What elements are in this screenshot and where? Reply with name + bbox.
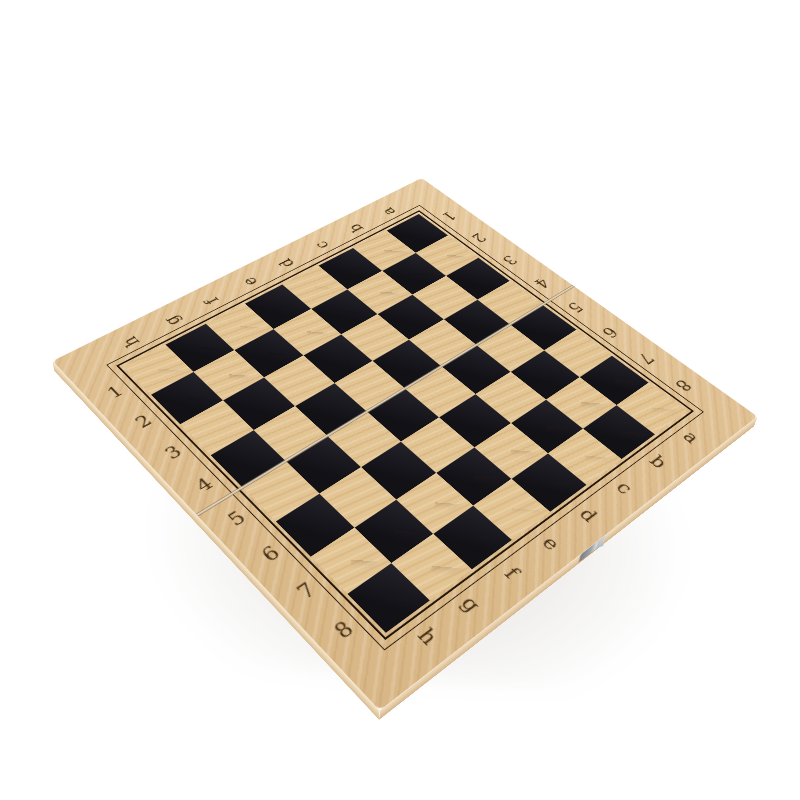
file-label-c-lower-right-edge: c (602, 470, 647, 505)
file-label-h-lower-right-edge: h (403, 614, 454, 658)
rank-label-5-lower-left-edge: 5 (213, 500, 260, 538)
rank-label-3-lower-left-edge: 3 (150, 435, 195, 469)
black-pawn-glyph: ♟ (162, 345, 216, 404)
rank-label-4-upper-right-edge: 4 (523, 271, 561, 296)
product-photo-stage: 1122334455667788aabbccddeeffgghh♜♞♝♚♛♝♞♜… (0, 0, 800, 800)
file-label-d-lower-right-edge: d (566, 497, 612, 534)
white-rook-glyph: ♜ (354, 523, 429, 606)
chess-board: 1122334455667788aabbccddeeffgghh♜♞♝♚♛♝♞♜… (53, 178, 758, 710)
file-label-a-lower-right-edge: a (669, 421, 712, 453)
camera-tilt-wrapper: 1122334455667788aabbccddeeffgghh♜♞♝♚♛♝♞♜… (0, 0, 800, 800)
rank-label-6-lower-left-edge: 6 (246, 534, 294, 574)
file-label-b-lower-right-edge: b (636, 445, 680, 479)
rank-label-3-upper-right-edge: 3 (491, 248, 529, 272)
rank-label-2-lower-left-edge: 2 (121, 405, 165, 438)
rank-label-5-upper-right-edge: 5 (556, 294, 595, 320)
rank-label-8-lower-left-edge: 8 (318, 608, 369, 652)
rank-label-1-lower-left-edge: 1 (93, 376, 136, 407)
file-label-e-lower-right-edge: e (528, 524, 575, 562)
metal-clasp (580, 540, 600, 561)
rank-label-7-lower-left-edge: 7 (281, 570, 331, 612)
perspective-scene: 1122334455667788aabbccddeeffgghh♜♞♝♚♛♝♞♜… (0, 0, 800, 800)
file-label-g-lower-right-edge: g (446, 583, 496, 625)
file-label-f-lower-right-edge: f (488, 553, 536, 593)
